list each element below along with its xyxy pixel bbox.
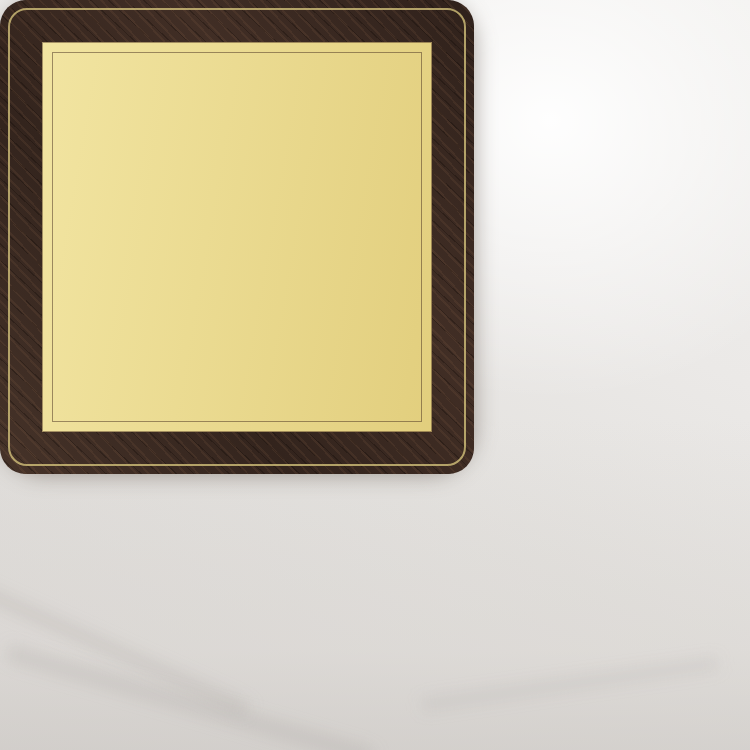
board-grid	[53, 53, 421, 421]
board-field	[42, 42, 432, 432]
chess-board	[0, 0, 474, 474]
scene	[0, 0, 750, 750]
